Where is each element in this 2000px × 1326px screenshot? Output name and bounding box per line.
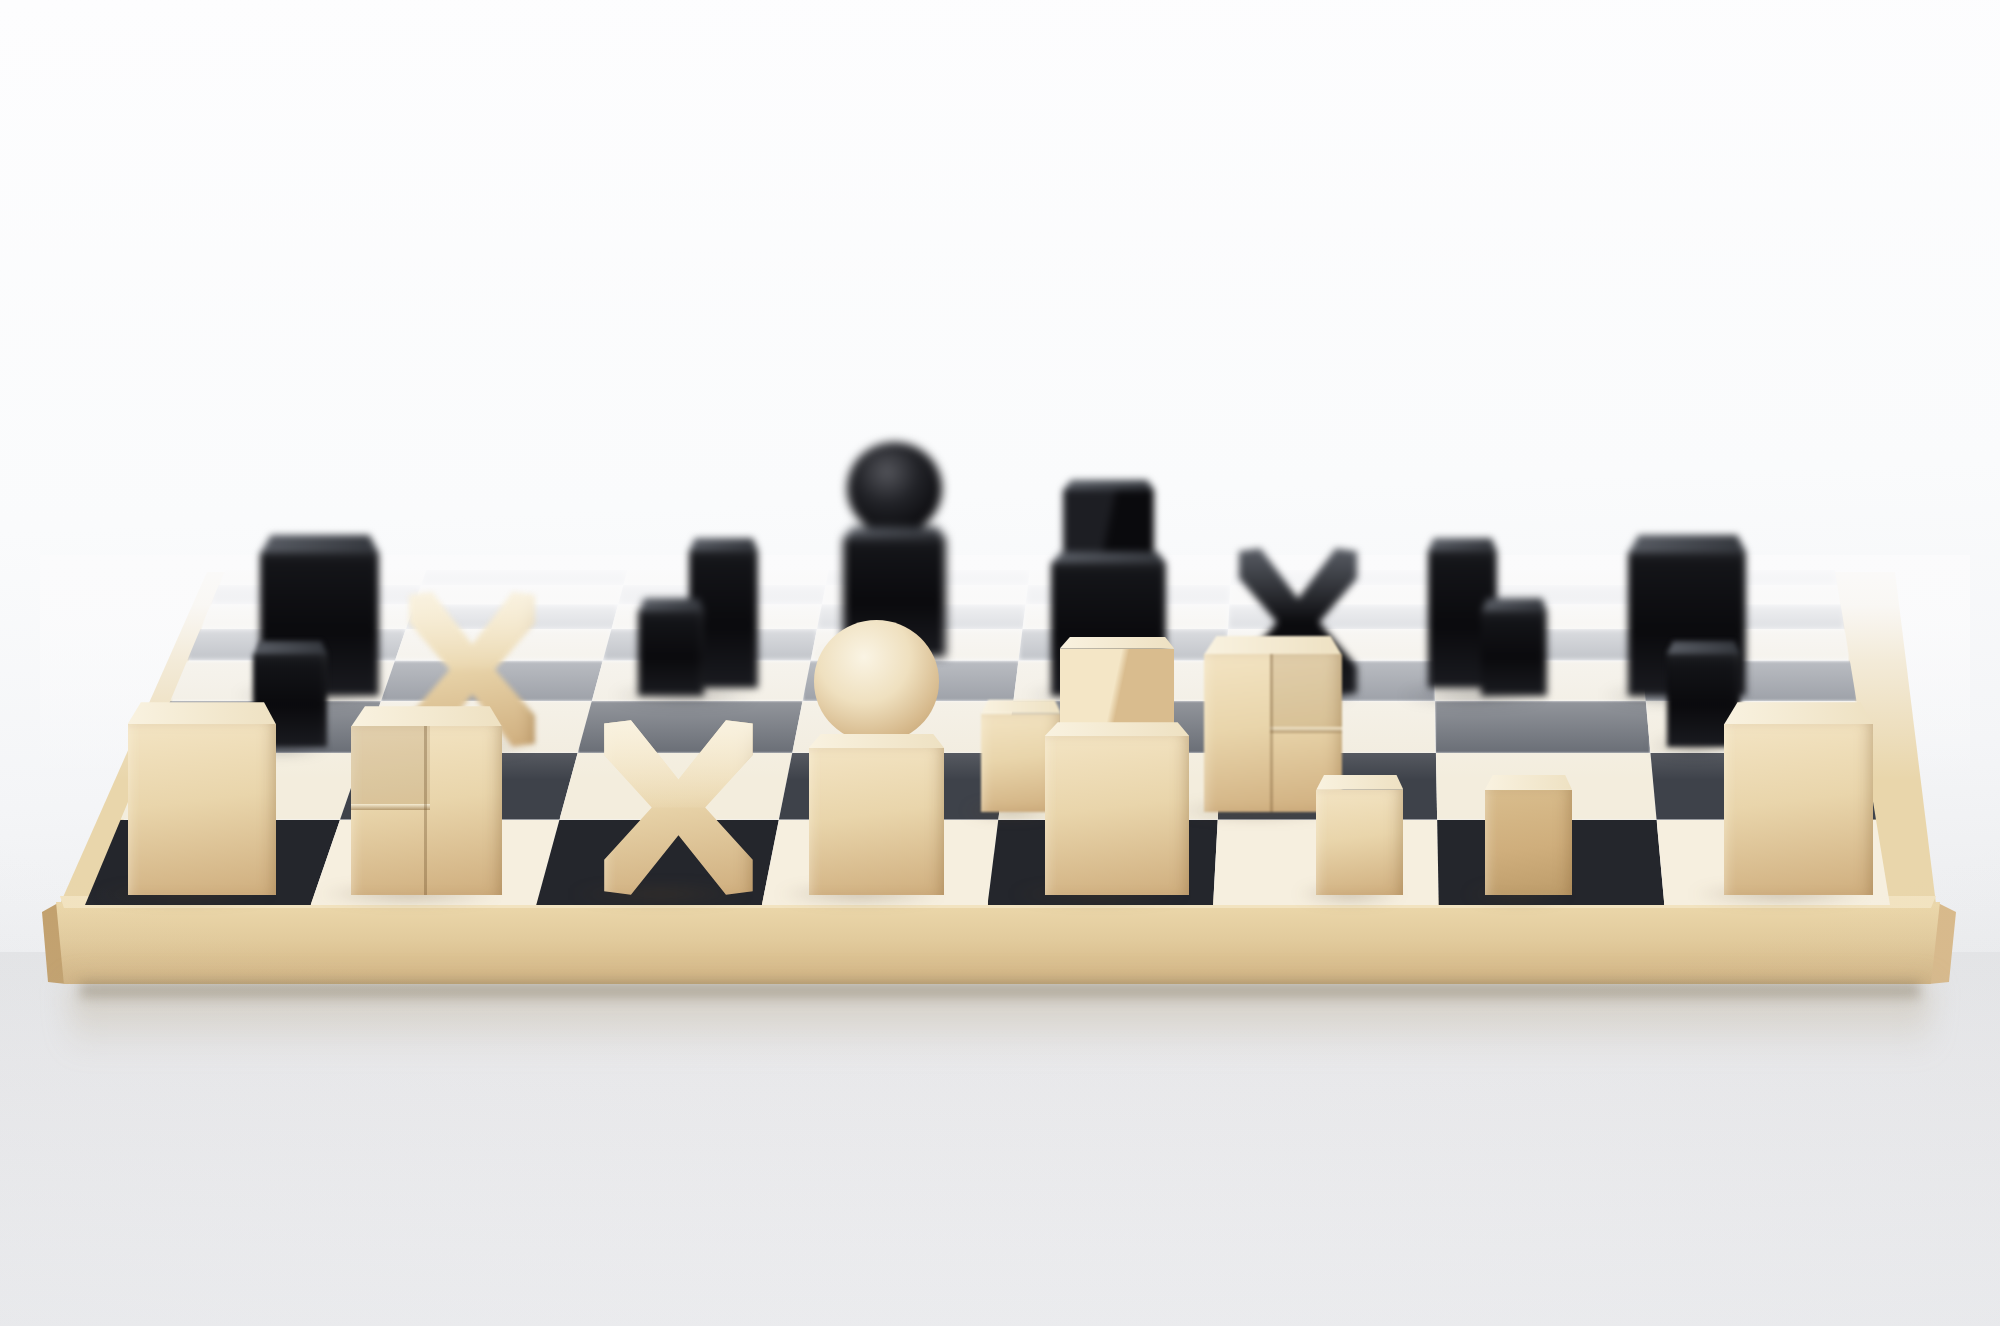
- knight-front-column-top: [1481, 598, 1547, 611]
- piece-black-knight-c4[interactable]: [638, 538, 758, 696]
- knight-top-face: [351, 706, 501, 726]
- knight-front-column: [1481, 611, 1547, 696]
- pawn-top-face: [1485, 775, 1572, 790]
- rook-cube-face: [1724, 724, 1872, 895]
- piece-black-knight-g4[interactable]: [1428, 538, 1548, 696]
- knight-back-column-shade: [1270, 654, 1342, 726]
- king-top-cube-topface: [1063, 480, 1154, 490]
- piece-white-knight-b1[interactable]: [351, 706, 501, 894]
- king-base-top: [1051, 551, 1166, 563]
- pawn-top-face: [1316, 775, 1403, 790]
- knight-top-face: [1204, 636, 1342, 654]
- king-top-cube-rotated: [1063, 490, 1154, 560]
- piece-white-king-e1[interactable]: [1045, 637, 1189, 895]
- pawn-top-face: [1667, 641, 1741, 654]
- piece-white-bishop-c1[interactable]: [604, 720, 752, 895]
- queen-ball: [847, 442, 942, 535]
- rook-top-face: [1724, 702, 1872, 724]
- queen-cube-face: [809, 748, 945, 895]
- king-base-face: [1045, 736, 1189, 895]
- piece-white-rook-h1[interactable]: [1724, 702, 1872, 894]
- rook-top-face: [260, 535, 378, 553]
- pawn-cube-face: [1316, 790, 1403, 895]
- king-top-cube-rotated: [1060, 649, 1175, 732]
- knight-back-column-top: [1428, 538, 1497, 551]
- knight-step-edge: [1270, 727, 1342, 733]
- piece-white-pawn-f1[interactable]: [1316, 775, 1403, 895]
- knight-back-column-shade: [351, 726, 429, 804]
- piece-white-queen-d1[interactable]: [809, 620, 945, 894]
- pawn-top-face: [253, 641, 327, 654]
- rook-top-face: [1628, 535, 1746, 553]
- knight-column-seam: [1270, 654, 1273, 811]
- king-base-top: [1045, 722, 1189, 736]
- knight-front-column-top: [638, 598, 704, 611]
- piece-white-pawn-g1[interactable]: [1485, 775, 1572, 895]
- knight-front-column: [638, 611, 704, 696]
- knight-column-seam: [424, 726, 427, 895]
- king-top-cube-topface: [1060, 637, 1175, 649]
- knight-back-column-top: [689, 538, 758, 551]
- knight-step-edge: [351, 804, 429, 810]
- pawn-cube-face: [1485, 790, 1572, 895]
- rook-top-face: [128, 702, 276, 724]
- rook-cube-face: [128, 724, 276, 895]
- queen-cube-top: [809, 734, 945, 748]
- chess-pieces-layer: [0, 0, 2000, 1326]
- photo-stage: [0, 0, 2000, 1326]
- piece-white-rook-a1[interactable]: [128, 702, 276, 894]
- queen-ball: [814, 620, 940, 743]
- queen-cube-top: [843, 527, 945, 538]
